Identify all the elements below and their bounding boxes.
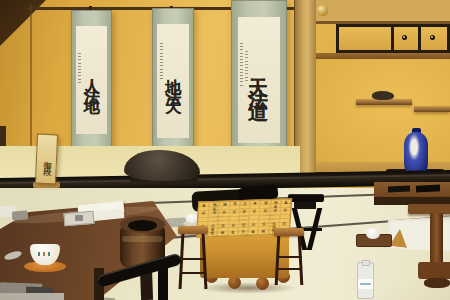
- scroll-calligraphy: 人法地: [81, 65, 102, 95]
- wood-stand-top: [408, 204, 450, 214]
- cabinet-door[interactable]: [339, 27, 391, 50]
- scroll-paper: 人法地: [76, 26, 107, 134]
- wood-stand-foot: [424, 278, 450, 288]
- board-cell[interactable]: 銀: [258, 230, 268, 234]
- wood-stand-base: [418, 262, 450, 279]
- komadai-right[interactable]: [274, 228, 304, 236]
- board-cell[interactable]: 銀: [217, 232, 227, 236]
- alcove-wall: [316, 59, 450, 169]
- black-lacquer-stand: [288, 194, 324, 202]
- shelf-ornament: [372, 91, 394, 100]
- scroll-mount: 人法地: [71, 10, 112, 150]
- hanging-scroll-right: 天法道: [231, 0, 287, 160]
- nail-cover-ornament: [317, 5, 328, 16]
- dais-plaque: 御上段: [35, 134, 58, 185]
- shogi-room-photo: 人法地 地法天 天法道: [0, 0, 450, 300]
- bottle-cap: [362, 260, 370, 266]
- staggered-shelf-lower: [414, 106, 450, 112]
- cabinet-pull[interactable]: [430, 35, 435, 40]
- alcove-beam: [316, 0, 450, 24]
- bowl-pattern: [38, 252, 52, 256]
- shogi-piece[interactable]: 金: [231, 232, 235, 236]
- scroll-signature-marks: [78, 53, 81, 83]
- scroll-paper: 地法天: [157, 24, 189, 138]
- komadai-crossbar: [182, 272, 205, 274]
- hanging-scroll-left: 人法地: [71, 10, 112, 150]
- scroll-signature-marks: [245, 51, 248, 81]
- shogi-piece[interactable]: 桂: [210, 232, 214, 236]
- ashtray-clip: [75, 215, 83, 221]
- cabinet-frame: [336, 24, 450, 53]
- container-opening: [128, 220, 157, 231]
- wall-corner-line: [30, 4, 32, 154]
- scroll-calligraphy: 天法道: [246, 62, 273, 98]
- hanging-scroll-middle: 地法天: [152, 8, 194, 154]
- shogi-piece[interactable]: 金: [251, 231, 255, 235]
- board-cell[interactable]: 王: [238, 231, 248, 235]
- stand-box: [294, 202, 316, 209]
- scroll-signature-marks: [160, 43, 163, 79]
- armrest-leg: [158, 266, 168, 300]
- scroll-calligraphy: 地法天: [163, 66, 184, 96]
- komadai-crossbar: [277, 256, 302, 258]
- scroll-mount: 天法道: [231, 0, 287, 160]
- bottle-label: [358, 279, 373, 289]
- shogi-piece[interactable]: 銀: [221, 232, 225, 236]
- shogi-piece[interactable]: 王: [241, 231, 245, 235]
- container-highlight: [122, 236, 163, 242]
- far-table-item: [12, 210, 29, 220]
- scroll-signature-marks: [240, 43, 243, 87]
- cabinet-pull[interactable]: [402, 35, 407, 40]
- scroll-mount: 地法天: [152, 8, 194, 154]
- tea-cup: [366, 228, 380, 239]
- board-cell[interactable]: 金: [227, 231, 237, 235]
- board-shadow: [198, 282, 298, 294]
- shogi-piece[interactable]: 銀: [261, 231, 265, 235]
- table-item: [388, 186, 410, 193]
- plaque-text: 御上段: [41, 154, 52, 163]
- floor-item-grey: [0, 293, 64, 300]
- wood-stand-post: [430, 213, 443, 265]
- table-item: [416, 184, 440, 192]
- board-cell[interactable]: 桂: [207, 232, 217, 236]
- komadai-crossbar: [181, 258, 206, 260]
- board-foot: [256, 277, 269, 290]
- komadai-crossbar: [278, 268, 302, 270]
- board-cell[interactable]: 金: [248, 231, 258, 235]
- komadai-left[interactable]: [178, 226, 208, 234]
